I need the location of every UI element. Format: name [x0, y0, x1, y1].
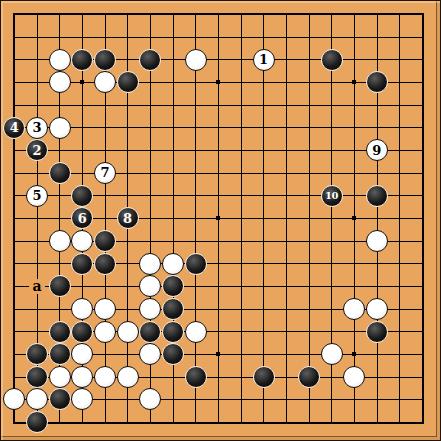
white-stone[interactable]	[49, 71, 71, 93]
black-stone[interactable]	[253, 366, 275, 388]
move-number: 4	[10, 121, 19, 134]
black-stone[interactable]	[71, 253, 93, 275]
board-label-a: a	[29, 279, 45, 294]
black-stone[interactable]	[26, 411, 48, 433]
black-stone[interactable]	[49, 162, 71, 184]
black-stone[interactable]	[298, 366, 320, 388]
white-stone[interactable]: 7	[94, 162, 116, 184]
black-stone[interactable]	[366, 71, 388, 93]
black-stone[interactable]	[94, 230, 116, 252]
white-stone[interactable]	[71, 366, 93, 388]
white-stone[interactable]	[94, 366, 116, 388]
white-stone[interactable]	[94, 71, 116, 93]
black-stone[interactable]	[71, 49, 93, 71]
white-stone[interactable]	[321, 343, 343, 365]
black-stone[interactable]	[162, 275, 184, 297]
black-stone[interactable]	[94, 253, 116, 275]
black-stone[interactable]: 4	[3, 117, 25, 139]
black-stone[interactable]	[71, 185, 93, 207]
white-stone[interactable]	[3, 388, 25, 410]
white-stone[interactable]	[366, 298, 388, 320]
black-stone[interactable]: 6	[71, 207, 93, 229]
white-stone[interactable]	[139, 298, 161, 320]
black-stone[interactable]	[366, 185, 388, 207]
black-stone[interactable]: 2	[26, 139, 48, 161]
black-stone[interactable]	[49, 321, 71, 343]
white-stone[interactable]: 5	[26, 185, 48, 207]
black-stone[interactable]	[71, 321, 93, 343]
white-stone[interactable]	[71, 230, 93, 252]
black-stone[interactable]	[185, 366, 207, 388]
black-stone[interactable]	[117, 71, 139, 93]
black-stone[interactable]	[185, 253, 207, 275]
black-stone[interactable]	[139, 321, 161, 343]
white-stone[interactable]	[185, 321, 207, 343]
white-stone[interactable]	[49, 366, 71, 388]
move-number: 8	[123, 212, 132, 225]
black-stone[interactable]	[162, 298, 184, 320]
black-stone[interactable]	[49, 343, 71, 365]
white-stone[interactable]: 1	[253, 49, 275, 71]
black-stone[interactable]: 8	[117, 207, 139, 229]
move-number: 5	[32, 189, 41, 202]
white-stone[interactable]	[139, 343, 161, 365]
white-stone[interactable]	[366, 230, 388, 252]
black-stone[interactable]	[321, 49, 343, 71]
white-stone[interactable]	[49, 230, 71, 252]
black-stone[interactable]	[162, 321, 184, 343]
move-number: 7	[100, 166, 109, 179]
white-stone[interactable]	[49, 117, 71, 139]
black-stone[interactable]	[162, 343, 184, 365]
move-number: 1	[259, 53, 268, 66]
black-stone[interactable]: 10	[321, 185, 343, 207]
black-stone[interactable]	[94, 49, 116, 71]
stones-grid[interactable]: 14329751068	[3, 3, 434, 434]
white-stone[interactable]	[26, 388, 48, 410]
white-stone[interactable]	[185, 49, 207, 71]
move-number: 3	[32, 121, 41, 134]
white-stone[interactable]	[117, 366, 139, 388]
white-stone[interactable]	[117, 321, 139, 343]
white-stone[interactable]	[343, 298, 365, 320]
white-stone[interactable]	[139, 388, 161, 410]
move-number: 9	[372, 144, 381, 157]
white-stone[interactable]	[94, 298, 116, 320]
black-stone[interactable]	[26, 343, 48, 365]
white-stone[interactable]	[139, 253, 161, 275]
black-stone[interactable]	[49, 388, 71, 410]
black-stone[interactable]	[366, 321, 388, 343]
go-board[interactable]: 14329751068 a	[0, 0, 441, 441]
black-stone[interactable]	[26, 366, 48, 388]
white-stone[interactable]	[343, 366, 365, 388]
move-number: 10	[325, 191, 338, 201]
move-number: 6	[78, 212, 87, 225]
white-stone[interactable]	[94, 321, 116, 343]
white-stone[interactable]: 3	[26, 117, 48, 139]
black-stone[interactable]	[139, 49, 161, 71]
white-stone[interactable]	[162, 253, 184, 275]
white-stone[interactable]	[71, 343, 93, 365]
white-stone[interactable]	[49, 49, 71, 71]
white-stone[interactable]	[71, 298, 93, 320]
white-stone[interactable]	[139, 275, 161, 297]
move-number: 2	[32, 144, 41, 157]
white-stone[interactable]	[71, 388, 93, 410]
white-stone[interactable]: 9	[366, 139, 388, 161]
black-stone[interactable]	[49, 275, 71, 297]
